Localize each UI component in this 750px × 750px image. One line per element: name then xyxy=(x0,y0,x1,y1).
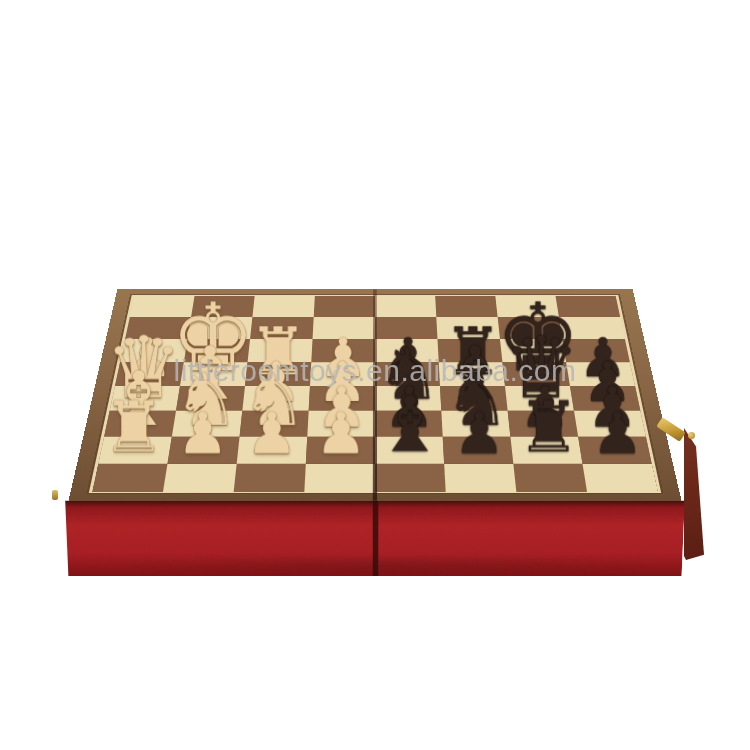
square-b2: ♟ xyxy=(167,437,239,464)
square-g4: ♛ xyxy=(505,386,574,411)
square-a1 xyxy=(92,464,167,492)
square-a3: ♝ xyxy=(104,411,176,437)
square-e1 xyxy=(375,464,446,492)
square-b3: ♞ xyxy=(172,411,242,437)
square-g1 xyxy=(513,464,587,492)
square-g7 xyxy=(498,317,563,339)
square-f7 xyxy=(436,317,500,339)
square-d3: ♟ xyxy=(307,411,375,437)
folding-chess-box: ♟♚♜♟♟♜♚♟♛♝♟♟♞♝♛♟♝♞♞♟♟♞♟♟♜♟♟♟♝♟♜♟ xyxy=(68,289,681,500)
latch-plate-icon xyxy=(656,417,685,441)
latch-pin-icon xyxy=(688,432,695,439)
square-f1 xyxy=(444,464,516,492)
square-c3: ♞ xyxy=(240,411,309,437)
square-f8 xyxy=(435,296,497,317)
square-a4: ♛ xyxy=(110,386,180,411)
square-e7 xyxy=(375,317,437,339)
square-g2: ♜ xyxy=(510,437,582,464)
chess-board: ♟♚♜♟♟♜♚♟♛♝♟♟♞♝♛♟♝♞♞♟♟♞♟♟♜♟♟♟♝♟♜♟ xyxy=(68,289,681,500)
square-e3: ♟ xyxy=(375,411,443,437)
square-c7 xyxy=(250,317,314,339)
square-c1 xyxy=(234,464,306,492)
brass-latch xyxy=(655,414,701,454)
square-h1 xyxy=(583,464,658,492)
ground-shadow xyxy=(120,556,660,576)
square-d4: ♟ xyxy=(309,386,375,411)
square-f2: ♟ xyxy=(443,437,514,464)
brass-hinge-icon xyxy=(52,490,58,500)
square-e2: ♝ xyxy=(375,437,444,464)
square-f3: ♞ xyxy=(441,411,510,437)
white-bishop: ♝ xyxy=(105,361,172,436)
square-c2: ♟ xyxy=(237,437,308,464)
square-e4: ♞ xyxy=(375,386,441,411)
square-a7 xyxy=(125,317,191,339)
square-h3: ♟ xyxy=(574,411,646,437)
square-c4: ♟ xyxy=(242,386,310,411)
square-h8 xyxy=(555,296,620,317)
watermark-text: littleroomtoys.en.alibaba.com xyxy=(173,354,576,388)
square-b4: ♝ xyxy=(176,386,245,411)
square-b7 xyxy=(188,317,253,339)
square-a2: ♜ xyxy=(98,437,172,464)
square-b1 xyxy=(163,464,237,492)
square-b8 xyxy=(191,296,255,317)
square-h7 xyxy=(559,317,625,339)
square-h4: ♟ xyxy=(570,386,640,411)
square-d2: ♟ xyxy=(306,437,375,464)
square-h2: ♟ xyxy=(578,437,652,464)
square-d7 xyxy=(313,317,375,339)
square-g3: ♟ xyxy=(508,411,578,437)
square-d1 xyxy=(304,464,375,492)
square-e8 xyxy=(375,296,436,317)
square-c8 xyxy=(252,296,314,317)
product-photo-scene: ♟♚♜♟♟♜♚♟♛♝♟♟♞♝♛♟♝♞♞♟♟♞♟♟♜♟♟♟♝♟♜♟ littler… xyxy=(0,0,750,750)
square-a8 xyxy=(130,296,195,317)
square-g8 xyxy=(495,296,559,317)
square-d8 xyxy=(314,296,375,317)
square-f4: ♝ xyxy=(440,386,508,411)
